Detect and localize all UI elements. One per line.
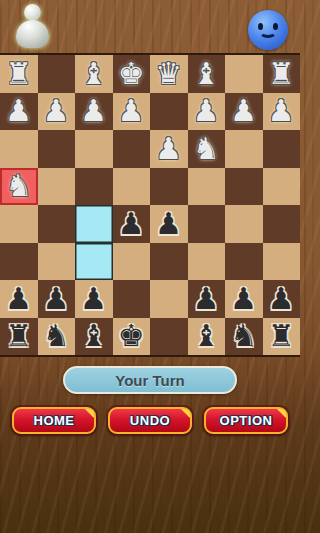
square-r8c1[interactable]: ♜ — [0, 318, 38, 356]
square-r7c2[interactable]: ♟ — [38, 280, 76, 318]
home-button[interactable]: HOME — [12, 407, 96, 434]
white-bishop-piece: ♝ — [80, 59, 107, 89]
square-r1c7[interactable] — [225, 55, 263, 93]
page-curl-icon — [181, 409, 190, 418]
square-r4c8[interactable] — [263, 168, 301, 206]
square-r3c8[interactable] — [263, 130, 301, 168]
black-bishop-piece: ♝ — [80, 321, 107, 351]
square-r3c1[interactable] — [0, 130, 38, 168]
player-avatar-person-icon — [15, 3, 51, 50]
black-pawn-piece: ♟ — [118, 209, 145, 239]
square-r4c1[interactable]: ♞ — [0, 168, 38, 206]
square-r2c8[interactable]: ♟ — [263, 93, 301, 131]
smiley-mouth — [259, 26, 277, 38]
square-r2c1[interactable]: ♟ — [0, 93, 38, 131]
person-torso-shape — [16, 20, 49, 48]
square-r4c3[interactable] — [75, 168, 113, 206]
white-knight-piece: ♞ — [5, 171, 32, 201]
white-pawn-piece: ♟ — [268, 96, 295, 126]
square-r7c4[interactable] — [113, 280, 151, 318]
square-r3c2[interactable] — [38, 130, 76, 168]
square-r3c3[interactable] — [75, 130, 113, 168]
white-queen-piece: ♛ — [155, 59, 182, 89]
white-bishop-piece: ♝ — [193, 59, 220, 89]
option-button[interactable]: OPTION — [204, 407, 288, 434]
square-r6c6[interactable] — [188, 243, 226, 281]
white-pawn-piece: ♟ — [230, 96, 257, 126]
square-r8c2[interactable]: ♞ — [38, 318, 76, 356]
black-pawn-piece: ♟ — [80, 284, 107, 314]
square-r7c1[interactable]: ♟ — [0, 280, 38, 318]
white-rook-piece: ♜ — [5, 59, 32, 89]
square-r2c5[interactable] — [150, 93, 188, 131]
square-r3c4[interactable] — [113, 130, 151, 168]
black-pawn-piece: ♟ — [5, 284, 32, 314]
square-r6c5[interactable] — [150, 243, 188, 281]
square-r2c2[interactable]: ♟ — [38, 93, 76, 131]
square-r6c8[interactable] — [263, 243, 301, 281]
black-pawn-piece: ♟ — [268, 284, 295, 314]
page-curl-icon — [85, 409, 94, 418]
square-r7c5[interactable] — [150, 280, 188, 318]
square-r8c3[interactable]: ♝ — [75, 318, 113, 356]
square-r2c6[interactable]: ♟ — [188, 93, 226, 131]
white-pawn-piece: ♟ — [5, 96, 32, 126]
square-r5c7[interactable] — [225, 205, 263, 243]
black-king-piece: ♚ — [118, 321, 145, 351]
square-r5c4[interactable]: ♟ — [113, 205, 151, 243]
square-r2c3[interactable]: ♟ — [75, 93, 113, 131]
square-r1c8[interactable]: ♜ — [263, 55, 301, 93]
square-r4c7[interactable] — [225, 168, 263, 206]
square-r6c7[interactable] — [225, 243, 263, 281]
undo-button-label: UNDO — [130, 413, 170, 428]
square-r5c2[interactable] — [38, 205, 76, 243]
square-r3c6[interactable]: ♞ — [188, 130, 226, 168]
square-r2c4[interactable]: ♟ — [113, 93, 151, 131]
black-rook-piece: ♜ — [5, 321, 32, 351]
bottom-toolbar: HOME UNDO OPTION — [0, 407, 300, 434]
square-r6c4[interactable] — [113, 243, 151, 281]
square-r3c7[interactable] — [225, 130, 263, 168]
square-r4c4[interactable] — [113, 168, 151, 206]
square-r4c5[interactable] — [150, 168, 188, 206]
square-r5c1[interactable] — [0, 205, 38, 243]
square-r1c4[interactable]: ♚ — [113, 55, 151, 93]
black-pawn-piece: ♟ — [155, 209, 182, 239]
turn-indicator: Your Turn — [63, 366, 237, 394]
black-bishop-piece: ♝ — [193, 321, 220, 351]
black-knight-piece: ♞ — [43, 321, 70, 351]
square-r7c3[interactable]: ♟ — [75, 280, 113, 318]
square-r5c5[interactable]: ♟ — [150, 205, 188, 243]
square-r6c1[interactable] — [0, 243, 38, 281]
page-curl-icon — [277, 409, 286, 418]
square-r5c8[interactable] — [263, 205, 301, 243]
square-r8c8[interactable]: ♜ — [263, 318, 301, 356]
square-r8c4[interactable]: ♚ — [113, 318, 151, 356]
square-r1c6[interactable]: ♝ — [188, 55, 226, 93]
black-knight-piece: ♞ — [230, 321, 257, 351]
person-head-shape — [24, 4, 41, 21]
square-r8c6[interactable]: ♝ — [188, 318, 226, 356]
white-pawn-piece: ♟ — [155, 134, 182, 164]
square-r5c3[interactable] — [75, 205, 113, 243]
square-r7c7[interactable]: ♟ — [225, 280, 263, 318]
square-r1c3[interactable]: ♝ — [75, 55, 113, 93]
square-r7c8[interactable]: ♟ — [263, 280, 301, 318]
square-r4c2[interactable] — [38, 168, 76, 206]
square-r3c5[interactable]: ♟ — [150, 130, 188, 168]
chess-board: ♜♝♚♛♝♜♟♟♟♟♟♟♟♟♞♞♟♟♟♟♟♟♟♟♜♞♝♚♝♞♜ — [0, 53, 300, 357]
white-rook-piece: ♜ — [268, 59, 295, 89]
undo-button[interactable]: UNDO — [108, 407, 192, 434]
square-r5c6[interactable] — [188, 205, 226, 243]
white-pawn-piece: ♟ — [193, 96, 220, 126]
white-pawn-piece: ♟ — [43, 96, 70, 126]
square-r8c7[interactable]: ♞ — [225, 318, 263, 356]
black-pawn-piece: ♟ — [43, 284, 70, 314]
square-r4c6[interactable] — [188, 168, 226, 206]
option-button-label: OPTION — [220, 413, 273, 428]
black-pawn-piece: ♟ — [193, 284, 220, 314]
square-r8c5[interactable] — [150, 318, 188, 356]
white-king-piece: ♚ — [118, 59, 145, 89]
black-rook-piece: ♜ — [268, 321, 295, 351]
square-r1c2[interactable] — [38, 55, 76, 93]
square-r6c3[interactable] — [75, 243, 113, 281]
home-button-label: HOME — [34, 413, 75, 428]
square-r1c1[interactable]: ♜ — [0, 55, 38, 93]
white-pawn-piece: ♟ — [118, 96, 145, 126]
white-pawn-piece: ♟ — [80, 96, 107, 126]
square-r7c6[interactable]: ♟ — [188, 280, 226, 318]
square-r6c2[interactable] — [38, 243, 76, 281]
square-r2c7[interactable]: ♟ — [225, 93, 263, 131]
white-knight-piece: ♞ — [193, 134, 220, 164]
opponent-avatar-smiley-icon — [248, 10, 288, 50]
turn-indicator-label: Your Turn — [115, 372, 184, 389]
black-pawn-piece: ♟ — [230, 284, 257, 314]
square-r1c5[interactable]: ♛ — [150, 55, 188, 93]
